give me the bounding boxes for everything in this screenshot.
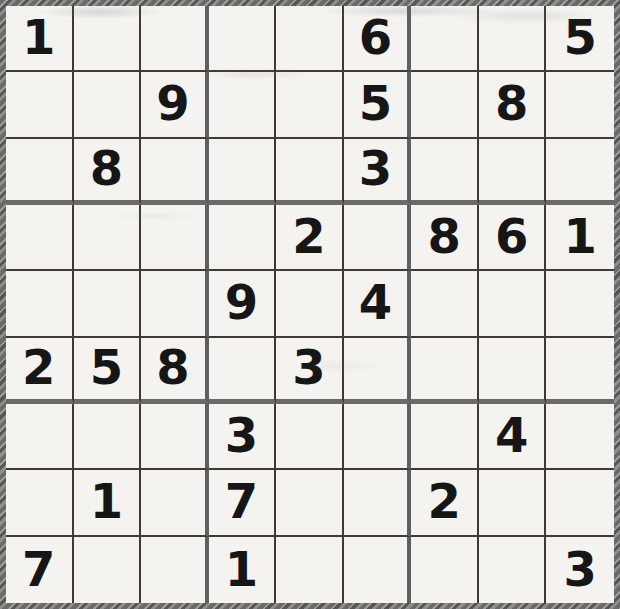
sudoku-board: 16595883286194258334172713 (0, 0, 620, 609)
given-digit: 4 (359, 278, 392, 326)
cell-r1c1[interactable]: 1 (6, 6, 74, 72)
given-digit: 9 (156, 79, 189, 127)
given-digit: 4 (495, 411, 528, 459)
given-digit: 3 (292, 343, 325, 391)
cell-r9c3[interactable] (141, 537, 209, 603)
cell-r3c1[interactable] (6, 139, 74, 205)
cell-r6c1[interactable]: 2 (6, 338, 74, 404)
cell-r5c2[interactable] (74, 271, 142, 337)
cell-r1c9[interactable]: 5 (546, 6, 614, 72)
cell-r1c4[interactable] (209, 6, 277, 72)
cell-r8c3[interactable] (141, 470, 209, 536)
cell-r4c2[interactable] (74, 205, 142, 271)
cell-r8c9[interactable] (546, 470, 614, 536)
cell-r3c9[interactable] (546, 139, 614, 205)
cell-r4c4[interactable] (209, 205, 277, 271)
given-digit: 1 (90, 477, 123, 525)
cell-r8c5[interactable] (276, 470, 344, 536)
given-digit: 6 (359, 13, 392, 61)
cell-r5c9[interactable] (546, 271, 614, 337)
cell-r6c2[interactable]: 5 (74, 338, 142, 404)
cell-r2c4[interactable] (209, 72, 277, 138)
given-digit: 2 (427, 477, 460, 525)
cell-r1c3[interactable] (141, 6, 209, 72)
cell-r2c5[interactable] (276, 72, 344, 138)
cell-r8c1[interactable] (6, 470, 74, 536)
given-digit: 1 (22, 13, 55, 61)
cell-r7c6[interactable] (344, 404, 412, 470)
cell-r3c7[interactable] (411, 139, 479, 205)
given-digit: 1 (564, 212, 597, 260)
cell-r6c8[interactable] (479, 338, 547, 404)
given-digit: 6 (495, 212, 528, 260)
cell-r1c2[interactable] (74, 6, 142, 72)
cell-r7c3[interactable] (141, 404, 209, 470)
given-digit: 5 (359, 79, 392, 127)
cell-r8c7[interactable]: 2 (411, 470, 479, 536)
given-digit: 5 (564, 13, 597, 61)
cell-r3c6[interactable]: 3 (344, 139, 412, 205)
cell-r7c2[interactable] (74, 404, 142, 470)
cell-r7c1[interactable] (6, 404, 74, 470)
cell-r6c6[interactable] (344, 338, 412, 404)
cell-r2c8[interactable]: 8 (479, 72, 547, 138)
given-digit: 3 (359, 144, 392, 192)
cell-r9c8[interactable] (479, 537, 547, 603)
cell-r9c5[interactable] (276, 537, 344, 603)
cell-r1c7[interactable] (411, 6, 479, 72)
given-digit: 1 (225, 545, 258, 593)
given-digit: 8 (90, 144, 123, 192)
cell-r3c5[interactable] (276, 139, 344, 205)
cell-r5c8[interactable] (479, 271, 547, 337)
cell-r5c7[interactable] (411, 271, 479, 337)
cell-r6c5[interactable]: 3 (276, 338, 344, 404)
cell-r7c8[interactable]: 4 (479, 404, 547, 470)
cell-r6c7[interactable] (411, 338, 479, 404)
cell-r9c1[interactable]: 7 (6, 537, 74, 603)
cell-r1c6[interactable]: 6 (344, 6, 412, 72)
cell-r3c8[interactable] (479, 139, 547, 205)
cell-r4c6[interactable] (344, 205, 412, 271)
cell-r4c9[interactable]: 1 (546, 205, 614, 271)
given-digit: 2 (22, 343, 55, 391)
cell-r1c8[interactable] (479, 6, 547, 72)
cell-r8c4[interactable]: 7 (209, 470, 277, 536)
given-digit: 8 (156, 343, 189, 391)
cell-r8c2[interactable]: 1 (74, 470, 142, 536)
cell-r6c9[interactable] (546, 338, 614, 404)
cell-r2c1[interactable] (6, 72, 74, 138)
cell-r2c9[interactable] (546, 72, 614, 138)
cell-r9c6[interactable] (344, 537, 412, 603)
cell-r4c8[interactable]: 6 (479, 205, 547, 271)
cell-r9c4[interactable]: 1 (209, 537, 277, 603)
cell-r4c3[interactable] (141, 205, 209, 271)
cell-r4c5[interactable]: 2 (276, 205, 344, 271)
cell-r2c2[interactable] (74, 72, 142, 138)
cell-r8c6[interactable] (344, 470, 412, 536)
cell-r7c7[interactable] (411, 404, 479, 470)
cell-r2c6[interactable]: 5 (344, 72, 412, 138)
cell-r6c3[interactable]: 8 (141, 338, 209, 404)
cell-r9c7[interactable] (411, 537, 479, 603)
cell-r6c4[interactable] (209, 338, 277, 404)
cell-r2c3[interactable]: 9 (141, 72, 209, 138)
cell-r5c1[interactable] (6, 271, 74, 337)
cell-r5c6[interactable]: 4 (344, 271, 412, 337)
cell-r8c8[interactable] (479, 470, 547, 536)
cell-r9c9[interactable]: 3 (546, 537, 614, 603)
cell-r5c5[interactable] (276, 271, 344, 337)
given-digit: 3 (225, 411, 258, 459)
cell-r5c3[interactable] (141, 271, 209, 337)
given-digit: 7 (22, 545, 55, 593)
given-digit: 7 (225, 477, 258, 525)
given-digit: 2 (292, 212, 325, 260)
cell-r3c3[interactable] (141, 139, 209, 205)
cell-r4c7[interactable]: 8 (411, 205, 479, 271)
cell-r2c7[interactable] (411, 72, 479, 138)
cell-r3c4[interactable] (209, 139, 277, 205)
given-digit: 3 (564, 545, 597, 593)
cell-r7c5[interactable] (276, 404, 344, 470)
given-digit: 8 (495, 79, 528, 127)
cell-r4c1[interactable] (6, 205, 74, 271)
cell-r3c2[interactable]: 8 (74, 139, 142, 205)
given-digit: 8 (427, 212, 460, 260)
given-digit: 9 (225, 278, 258, 326)
cell-r1c5[interactable] (276, 6, 344, 72)
cell-r5c4[interactable]: 9 (209, 271, 277, 337)
cell-r9c2[interactable] (74, 537, 142, 603)
given-digit: 5 (90, 343, 123, 391)
cell-r7c4[interactable]: 3 (209, 404, 277, 470)
cell-r7c9[interactable] (546, 404, 614, 470)
